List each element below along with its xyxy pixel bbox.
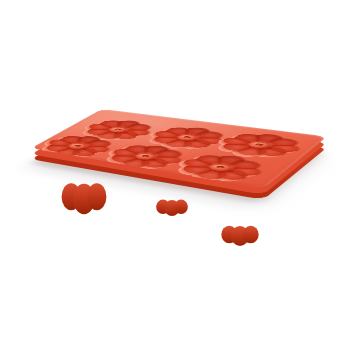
cavity-interior (73, 116, 165, 144)
post-shadow (174, 136, 201, 144)
post-shadow (246, 143, 276, 151)
post-shadow (106, 128, 131, 135)
cavity-flutes (80, 119, 155, 141)
cavity-interior (139, 123, 238, 153)
post-hole (141, 155, 150, 158)
mold-foot-shape (220, 225, 260, 247)
cavity-rim-shade (33, 132, 124, 161)
post-hole (254, 143, 264, 146)
post-hole-inner (75, 145, 79, 146)
mold-cavity (73, 117, 163, 144)
cavity-rim-shade (209, 130, 313, 162)
cavity-rim-highlight (93, 142, 192, 174)
mold-cavity (207, 130, 311, 162)
cavity-flutes (147, 126, 227, 150)
cavity-center-post (175, 134, 198, 141)
soft-shadow (96, 130, 356, 300)
mold-top-layer (102, 109, 360, 279)
cavity-interior (32, 132, 126, 162)
mold-foot-shape (60, 182, 108, 216)
cavity-rim-shade (168, 151, 275, 187)
mold-foot (60, 182, 108, 216)
cavity-center-post (133, 153, 157, 161)
mold-foot (220, 225, 260, 247)
post-hole (183, 136, 192, 139)
cavity-rim-highlight (31, 133, 121, 162)
cavity-rim-shade (97, 141, 196, 173)
cavity-interior (207, 129, 313, 162)
cavity-rim-highlight (164, 151, 271, 187)
mold-foot (155, 199, 189, 217)
cavity-flutes (39, 135, 115, 159)
mold-side-layer (102, 115, 360, 285)
post-hole-inner (184, 137, 189, 138)
cavity-flutes (216, 133, 302, 159)
mold-cavity (167, 151, 274, 187)
cavity-center-post (66, 143, 88, 150)
post-hole-inner (256, 144, 261, 145)
cavity-flutes (175, 154, 264, 184)
cavity-rim-highlight (136, 124, 233, 153)
post-hole (74, 144, 82, 147)
post-shadow (206, 165, 236, 174)
cavity-center-post (246, 141, 271, 148)
cavity-interior (96, 140, 197, 173)
cavity-center-post (107, 127, 128, 133)
post-hole-inner (115, 129, 119, 130)
mold-base-layer (102, 120, 360, 290)
cavity-center-post (207, 164, 233, 172)
cavity-rim-highlight (204, 131, 308, 163)
product-photo (0, 0, 360, 360)
cavity-rim-highlight (70, 118, 160, 145)
mold-top-surface (31, 109, 327, 189)
cavity-flutes (104, 144, 186, 171)
cavity-rim-shade (140, 124, 237, 153)
post-hole-inner (217, 167, 222, 169)
mold-cavity (139, 124, 236, 153)
post-hole (114, 128, 122, 130)
mold-cavity (32, 132, 123, 161)
mold-foot-shape (155, 199, 189, 217)
post-hole-inner (143, 156, 148, 157)
contact-shadow (100, 124, 360, 294)
cavity-interior (167, 150, 277, 187)
mold-cavity (96, 141, 195, 173)
post-shadow (65, 144, 90, 152)
post-hole (216, 166, 226, 169)
cavity-rim-shade (74, 117, 164, 144)
post-shadow (132, 154, 160, 162)
